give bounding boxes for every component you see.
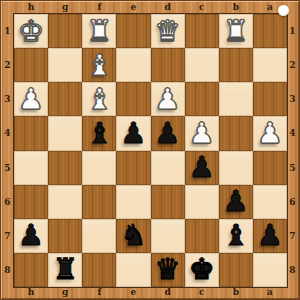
square-b4[interactable]: [219, 116, 253, 150]
square-h8[interactable]: [14, 253, 48, 287]
chess-board-frame: hgfedcba hgfedcba 12345678 12345678 ♚♜♛♜…: [0, 0, 300, 300]
square-a7[interactable]: ♟: [253, 219, 287, 253]
square-g2[interactable]: [48, 48, 82, 82]
square-d6[interactable]: [151, 185, 185, 219]
square-f2[interactable]: ♝: [82, 48, 116, 82]
square-d4[interactable]: ♟: [151, 116, 185, 150]
white-pawn[interactable]: ♟: [189, 119, 215, 148]
black-queen[interactable]: ♛: [155, 255, 181, 284]
side-to-move-indicator: [278, 5, 289, 16]
white-bishop[interactable]: ♝: [86, 51, 112, 80]
square-c2[interactable]: [185, 48, 219, 82]
rank-label-3: 3: [286, 82, 299, 116]
file-label-h: h: [14, 1, 48, 14]
square-g8[interactable]: ♜: [48, 253, 82, 287]
black-pawn[interactable]: ♟: [120, 119, 146, 148]
chess-board[interactable]: ♚♜♛♜♝♟♝♟♝♟♟♟♟♟♟♟♞♝♟♜♛♚: [14, 14, 287, 287]
file-label-e: e: [116, 286, 150, 299]
square-e7[interactable]: ♞: [116, 219, 150, 253]
rank-labels-left: 12345678: [1, 14, 14, 287]
white-rook[interactable]: ♜: [86, 17, 112, 46]
square-h2[interactable]: [14, 48, 48, 82]
white-pawn[interactable]: ♟: [155, 85, 181, 114]
square-a5[interactable]: [253, 151, 287, 185]
square-c7[interactable]: [185, 219, 219, 253]
black-pawn[interactable]: ♟: [155, 119, 181, 148]
square-b5[interactable]: [219, 151, 253, 185]
square-a3[interactable]: [253, 82, 287, 116]
rank-label-6: 6: [1, 185, 14, 219]
black-pawn[interactable]: ♟: [223, 187, 249, 216]
file-label-a: a: [253, 286, 287, 299]
square-b7[interactable]: ♝: [219, 219, 253, 253]
rank-label-1: 1: [286, 14, 299, 48]
square-g7[interactable]: [48, 219, 82, 253]
white-bishop[interactable]: ♝: [86, 85, 112, 114]
rank-label-8: 8: [1, 253, 14, 287]
square-b6[interactable]: ♟: [219, 185, 253, 219]
square-g3[interactable]: [48, 82, 82, 116]
rank-label-3: 3: [1, 82, 14, 116]
square-d1[interactable]: ♛: [151, 14, 185, 48]
file-label-b: b: [219, 1, 253, 14]
white-pawn[interactable]: ♟: [257, 119, 283, 148]
black-bishop[interactable]: ♝: [86, 119, 112, 148]
rank-label-7: 7: [1, 219, 14, 253]
square-a2[interactable]: [253, 48, 287, 82]
file-label-g: g: [48, 1, 82, 14]
rank-label-7: 7: [286, 219, 299, 253]
square-a4[interactable]: ♟: [253, 116, 287, 150]
white-pawn[interactable]: ♟: [18, 85, 44, 114]
square-h7[interactable]: ♟: [14, 219, 48, 253]
file-label-b: b: [219, 286, 253, 299]
square-c1[interactable]: [185, 14, 219, 48]
square-c6[interactable]: [185, 185, 219, 219]
file-label-c: c: [185, 1, 219, 14]
square-e2[interactable]: [116, 48, 150, 82]
white-queen[interactable]: ♛: [155, 17, 181, 46]
file-label-d: d: [151, 286, 185, 299]
file-label-f: f: [82, 1, 116, 14]
square-h3[interactable]: ♟: [14, 82, 48, 116]
black-pawn[interactable]: ♟: [18, 221, 44, 250]
rank-label-5: 5: [1, 151, 14, 185]
square-d3[interactable]: ♟: [151, 82, 185, 116]
file-label-c: c: [185, 286, 219, 299]
file-label-e: e: [116, 1, 150, 14]
rank-label-4: 4: [286, 116, 299, 150]
file-label-g: g: [48, 286, 82, 299]
square-d2[interactable]: [151, 48, 185, 82]
square-e3[interactable]: [116, 82, 150, 116]
black-pawn[interactable]: ♟: [257, 221, 283, 250]
square-f7[interactable]: [82, 219, 116, 253]
square-g1[interactable]: [48, 14, 82, 48]
square-c5[interactable]: ♟: [185, 151, 219, 185]
black-king[interactable]: ♚: [189, 255, 215, 284]
square-h1[interactable]: ♚: [14, 14, 48, 48]
white-rook[interactable]: ♜: [223, 17, 249, 46]
square-f6[interactable]: [82, 185, 116, 219]
square-c3[interactable]: [185, 82, 219, 116]
square-g5[interactable]: [48, 151, 82, 185]
square-f5[interactable]: [82, 151, 116, 185]
square-e1[interactable]: [116, 14, 150, 48]
square-b3[interactable]: [219, 82, 253, 116]
square-h4[interactable]: [14, 116, 48, 150]
square-a8[interactable]: [253, 253, 287, 287]
rank-label-8: 8: [286, 253, 299, 287]
square-c4[interactable]: ♟: [185, 116, 219, 150]
square-f8[interactable]: [82, 253, 116, 287]
rank-labels-right: 12345678: [286, 14, 299, 287]
square-f1[interactable]: ♜: [82, 14, 116, 48]
rank-label-2: 2: [1, 48, 14, 82]
rank-label-4: 4: [1, 116, 14, 150]
square-b1[interactable]: ♜: [219, 14, 253, 48]
square-e5[interactable]: [116, 151, 150, 185]
rank-label-5: 5: [286, 151, 299, 185]
black-pawn[interactable]: ♟: [189, 153, 215, 182]
square-e8[interactable]: [116, 253, 150, 287]
square-e6[interactable]: [116, 185, 150, 219]
black-bishop[interactable]: ♝: [223, 221, 249, 250]
file-label-f: f: [82, 286, 116, 299]
rank-label-1: 1: [1, 14, 14, 48]
square-d5[interactable]: [151, 151, 185, 185]
rank-label-6: 6: [286, 185, 299, 219]
white-king[interactable]: ♚: [18, 17, 44, 46]
black-knight[interactable]: ♞: [120, 221, 146, 250]
square-d7[interactable]: [151, 219, 185, 253]
square-a6[interactable]: [253, 185, 287, 219]
black-rook[interactable]: ♜: [52, 255, 78, 284]
square-f4[interactable]: ♝: [82, 116, 116, 150]
square-g6[interactable]: [48, 185, 82, 219]
rank-label-2: 2: [286, 48, 299, 82]
square-f3[interactable]: ♝: [82, 82, 116, 116]
file-labels-bottom: hgfedcba: [14, 286, 287, 299]
file-labels-top: hgfedcba: [14, 1, 287, 14]
square-b2[interactable]: [219, 48, 253, 82]
square-d8[interactable]: ♛: [151, 253, 185, 287]
square-c8[interactable]: ♚: [185, 253, 219, 287]
square-b8[interactable]: [219, 253, 253, 287]
square-h5[interactable]: [14, 151, 48, 185]
file-label-h: h: [14, 286, 48, 299]
square-e4[interactable]: ♟: [116, 116, 150, 150]
square-g4[interactable]: [48, 116, 82, 150]
file-label-d: d: [151, 1, 185, 14]
square-a1[interactable]: [253, 14, 287, 48]
square-h6[interactable]: [14, 185, 48, 219]
